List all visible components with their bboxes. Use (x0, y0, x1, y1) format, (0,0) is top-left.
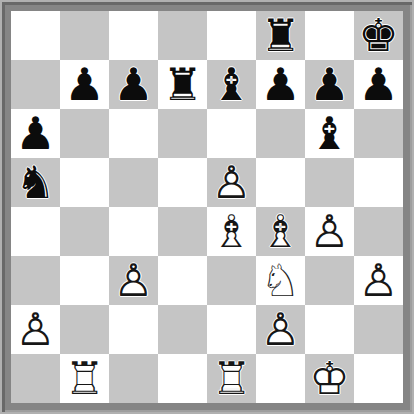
square-h8[interactable]: ♚ (354, 11, 403, 60)
square-c3[interactable]: ♟♙ (109, 256, 158, 305)
square-e8[interactable] (207, 11, 256, 60)
chess-board: ♜♚♟♟♜♝♟♟♟♟♝♞♟♙♝♗♝♗♟♙♟♙♞♘♟♙♟♙♟♙♜♖♜♖♚♔ (11, 11, 403, 403)
black-pawn[interactable]: ♟ (354, 60, 403, 109)
white-pawn-glyph: ♙ (211, 158, 251, 207)
square-f6[interactable] (256, 109, 305, 158)
black-pawn-glyph: ♟ (113, 60, 153, 109)
square-d1[interactable] (158, 354, 207, 403)
white-king[interactable]: ♚♔ (305, 354, 354, 403)
square-h7[interactable]: ♟ (354, 60, 403, 109)
square-h3[interactable]: ♟♙ (354, 256, 403, 305)
black-pawn[interactable]: ♟ (11, 109, 60, 158)
square-b6[interactable] (60, 109, 109, 158)
square-h2[interactable] (354, 305, 403, 354)
square-b8[interactable] (60, 11, 109, 60)
square-g1[interactable]: ♚♔ (305, 354, 354, 403)
black-pawn[interactable]: ♟ (305, 60, 354, 109)
square-b7[interactable]: ♟ (60, 60, 109, 109)
square-h4[interactable] (354, 207, 403, 256)
square-b2[interactable] (60, 305, 109, 354)
white-rook[interactable]: ♜♖ (207, 354, 256, 403)
black-king[interactable]: ♚ (354, 11, 403, 60)
board-frame: ♜♚♟♟♜♝♟♟♟♟♝♞♟♙♝♗♝♗♟♙♟♙♞♘♟♙♟♙♟♙♜♖♜♖♚♔ (0, 0, 414, 414)
square-g8[interactable] (305, 11, 354, 60)
square-a7[interactable] (11, 60, 60, 109)
white-pawn[interactable]: ♟♙ (354, 256, 403, 305)
square-a6[interactable]: ♟ (11, 109, 60, 158)
black-pawn-glyph: ♟ (260, 60, 300, 109)
black-pawn-glyph: ♟ (309, 60, 349, 109)
white-pawn[interactable]: ♟♙ (305, 207, 354, 256)
square-e2[interactable] (207, 305, 256, 354)
white-knight[interactable]: ♞♘ (256, 256, 305, 305)
square-f2[interactable]: ♟♙ (256, 305, 305, 354)
square-e1[interactable]: ♜♖ (207, 354, 256, 403)
black-rook[interactable]: ♜ (158, 60, 207, 109)
black-pawn[interactable]: ♟ (60, 60, 109, 109)
square-c4[interactable] (109, 207, 158, 256)
square-a1[interactable] (11, 354, 60, 403)
square-f8[interactable]: ♜ (256, 11, 305, 60)
black-pawn[interactable]: ♟ (256, 60, 305, 109)
black-knight[interactable]: ♞ (11, 158, 60, 207)
square-a4[interactable] (11, 207, 60, 256)
square-a3[interactable] (11, 256, 60, 305)
square-e6[interactable] (207, 109, 256, 158)
white-rook[interactable]: ♜♖ (60, 354, 109, 403)
square-h6[interactable] (354, 109, 403, 158)
square-g3[interactable] (305, 256, 354, 305)
black-pawn-glyph: ♟ (358, 60, 398, 109)
square-c2[interactable] (109, 305, 158, 354)
white-bishop[interactable]: ♝♗ (256, 207, 305, 256)
square-f3[interactable]: ♞♘ (256, 256, 305, 305)
square-c7[interactable]: ♟ (109, 60, 158, 109)
square-h1[interactable] (354, 354, 403, 403)
square-g5[interactable] (305, 158, 354, 207)
square-f4[interactable]: ♝♗ (256, 207, 305, 256)
square-e5[interactable]: ♟♙ (207, 158, 256, 207)
square-d4[interactable] (158, 207, 207, 256)
square-a8[interactable] (11, 11, 60, 60)
black-pawn[interactable]: ♟ (109, 60, 158, 109)
white-bishop-glyph: ♗ (260, 207, 300, 256)
white-king-glyph: ♔ (309, 354, 349, 403)
white-pawn-glyph: ♙ (358, 256, 398, 305)
black-rook[interactable]: ♜ (256, 11, 305, 60)
square-d3[interactable] (158, 256, 207, 305)
white-bishop-glyph: ♗ (211, 207, 251, 256)
square-c6[interactable] (109, 109, 158, 158)
black-rook-glyph: ♜ (162, 60, 202, 109)
square-g6[interactable]: ♝ (305, 109, 354, 158)
square-g2[interactable] (305, 305, 354, 354)
square-b5[interactable] (60, 158, 109, 207)
white-pawn-glyph: ♙ (309, 207, 349, 256)
square-e4[interactable]: ♝♗ (207, 207, 256, 256)
black-pawn-glyph: ♟ (15, 109, 55, 158)
white-pawn-glyph: ♙ (260, 305, 300, 354)
square-g7[interactable]: ♟ (305, 60, 354, 109)
square-a5[interactable]: ♞ (11, 158, 60, 207)
square-d8[interactable] (158, 11, 207, 60)
white-rook-glyph: ♖ (64, 354, 104, 403)
square-f1[interactable] (256, 354, 305, 403)
square-b1[interactable]: ♜♖ (60, 354, 109, 403)
square-g4[interactable]: ♟♙ (305, 207, 354, 256)
square-d2[interactable] (158, 305, 207, 354)
black-king-glyph: ♚ (358, 11, 398, 60)
square-f5[interactable] (256, 158, 305, 207)
white-knight-glyph: ♘ (260, 256, 300, 305)
square-f7[interactable]: ♟ (256, 60, 305, 109)
square-d6[interactable] (158, 109, 207, 158)
white-pawn-glyph: ♙ (113, 256, 153, 305)
white-pawn[interactable]: ♟♙ (11, 305, 60, 354)
black-bishop[interactable]: ♝ (305, 109, 354, 158)
black-pawn-glyph: ♟ (64, 60, 104, 109)
white-bishop[interactable]: ♝♗ (207, 207, 256, 256)
white-pawn[interactable]: ♟♙ (256, 305, 305, 354)
square-e7[interactable]: ♝ (207, 60, 256, 109)
black-bishop-glyph: ♝ (211, 60, 251, 109)
square-e3[interactable] (207, 256, 256, 305)
white-pawn-glyph: ♙ (15, 305, 55, 354)
square-b3[interactable] (60, 256, 109, 305)
square-d5[interactable] (158, 158, 207, 207)
square-d7[interactable]: ♜ (158, 60, 207, 109)
white-rook-glyph: ♖ (211, 354, 251, 403)
square-c5[interactable] (109, 158, 158, 207)
black-bishop-glyph: ♝ (309, 109, 349, 158)
black-knight-glyph: ♞ (15, 158, 55, 207)
white-pawn[interactable]: ♟♙ (109, 256, 158, 305)
white-pawn[interactable]: ♟♙ (207, 158, 256, 207)
black-rook-glyph: ♜ (260, 11, 300, 60)
black-bishop[interactable]: ♝ (207, 60, 256, 109)
square-h5[interactable] (354, 158, 403, 207)
square-b4[interactable] (60, 207, 109, 256)
square-a2[interactable]: ♟♙ (11, 305, 60, 354)
square-c8[interactable] (109, 11, 158, 60)
square-c1[interactable] (109, 354, 158, 403)
